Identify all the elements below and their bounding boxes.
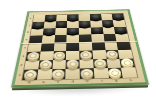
square-c2[interactable] (52, 60, 66, 70)
board-grid (22, 13, 137, 79)
file-label-h: h (123, 78, 138, 82)
file-label-b: b (36, 80, 51, 84)
dark-piece[interactable] (45, 15, 56, 21)
light-piece[interactable] (80, 69, 93, 78)
square-b4[interactable] (40, 43, 54, 51)
dark-piece[interactable] (113, 14, 124, 20)
square-b1[interactable] (37, 69, 52, 79)
file-label-g: g (109, 79, 124, 83)
dark-piece[interactable] (56, 21, 67, 27)
light-piece[interactable] (52, 70, 65, 79)
light-piece[interactable] (94, 59, 107, 67)
dark-piece[interactable] (68, 15, 78, 21)
file-label-a: a (21, 80, 36, 84)
photo-scene: abcdefgh 87654321 (0, 0, 156, 104)
square-f4[interactable] (92, 42, 106, 50)
light-piece[interactable] (106, 50, 119, 58)
square-c3[interactable] (53, 51, 67, 60)
square-f1[interactable] (94, 68, 109, 78)
square-e4[interactable] (79, 42, 92, 50)
square-a2[interactable] (24, 60, 39, 70)
square-a4[interactable] (27, 43, 41, 51)
light-piece[interactable] (80, 51, 92, 59)
light-piece[interactable] (39, 60, 52, 69)
square-b2[interactable] (38, 60, 53, 70)
square-c4[interactable] (53, 43, 66, 51)
square-a3[interactable] (26, 51, 41, 60)
square-a1[interactable] (22, 70, 38, 80)
square-d4[interactable] (66, 42, 79, 50)
square-h2[interactable] (120, 58, 135, 68)
square-f3[interactable] (92, 50, 106, 59)
square-e1[interactable] (80, 68, 95, 78)
square-d3[interactable] (66, 51, 79, 60)
dark-piece[interactable] (90, 14, 100, 20)
light-piece[interactable] (23, 70, 37, 79)
square-b3[interactable] (39, 51, 53, 60)
dark-piece[interactable] (102, 20, 113, 26)
dark-piece[interactable] (79, 21, 89, 27)
square-e3[interactable] (79, 50, 93, 59)
light-piece[interactable] (54, 51, 66, 59)
square-d2[interactable] (66, 59, 80, 69)
square-h4[interactable] (117, 41, 131, 49)
light-piece[interactable] (120, 59, 134, 67)
file-label-f: f (94, 79, 109, 83)
dark-piece[interactable] (68, 28, 79, 35)
square-h3[interactable] (118, 50, 133, 59)
light-piece[interactable] (27, 52, 40, 60)
square-e2[interactable] (79, 59, 93, 69)
square-f2[interactable] (93, 59, 108, 69)
board-tilt-wrapper: abcdefgh 87654321 (0, 0, 156, 104)
dark-piece[interactable] (43, 28, 54, 35)
square-c1[interactable] (51, 69, 66, 79)
dark-piece[interactable] (115, 27, 127, 34)
square-h1[interactable] (121, 68, 137, 78)
file-label-c: c (51, 80, 66, 84)
checkers-board: abcdefgh 87654321 (11, 9, 149, 87)
square-d1[interactable] (65, 69, 79, 79)
light-piece[interactable] (108, 68, 122, 77)
dark-piece[interactable] (91, 28, 102, 35)
file-label-d: d (65, 80, 80, 84)
dark-piece[interactable] (32, 22, 43, 28)
file-label-e: e (80, 79, 95, 83)
light-piece[interactable] (67, 60, 79, 68)
